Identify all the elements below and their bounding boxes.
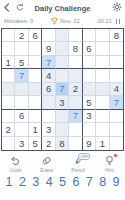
cell-r3c8[interactable] xyxy=(96,56,109,69)
cell-r7c2[interactable]: 6 xyxy=(15,110,28,123)
cell-r6c9[interactable]: 7 xyxy=(110,96,123,109)
cell-r4c8[interactable] xyxy=(96,69,109,82)
cell-r6c1[interactable] xyxy=(2,96,15,109)
daily-challenge-screen: Daily Challenge Mistakes: 0 Nov. 22 xyxy=(0,0,125,200)
cell-r4c3[interactable] xyxy=(29,69,42,82)
cell-r4c5[interactable] xyxy=(56,69,69,82)
pause-icon xyxy=(119,19,121,24)
cell-r4c1[interactable] xyxy=(2,69,15,82)
numpad-key-2[interactable]: 2 xyxy=(16,175,28,189)
header: Daily Challenge xyxy=(0,0,125,14)
cell-r7c7[interactable]: 3 xyxy=(83,110,96,123)
cell-r3c6[interactable] xyxy=(69,56,82,69)
cell-r7c3[interactable] xyxy=(29,110,42,123)
cell-r2c8[interactable] xyxy=(96,42,109,55)
cell-r1c5[interactable] xyxy=(56,29,69,42)
date-group: Nov. 22 xyxy=(51,17,80,25)
numpad-key-1[interactable]: 1 xyxy=(3,175,15,189)
cell-r3c1[interactable]: 1 xyxy=(2,56,15,69)
cell-r2c1[interactable] xyxy=(2,42,15,55)
cell-r2c2[interactable] xyxy=(15,42,28,55)
cell-r3c2[interactable]: 5 xyxy=(15,56,28,69)
cell-r5c9[interactable]: 4 xyxy=(110,83,123,96)
cell-r1c9[interactable]: 8 xyxy=(110,29,123,42)
pause-icon xyxy=(116,19,118,24)
notes-toggle-badge: OFF xyxy=(78,153,90,160)
cell-r4c9[interactable] xyxy=(110,69,123,82)
pause-button[interactable] xyxy=(115,18,122,25)
timer-group: 00:21 xyxy=(97,18,121,25)
cell-r5c7[interactable] xyxy=(83,83,96,96)
cell-r5c1[interactable] xyxy=(2,83,15,96)
hint-badge xyxy=(114,154,118,158)
cell-r6c8[interactable] xyxy=(96,96,109,109)
cell-r6c6[interactable] xyxy=(69,96,82,109)
date-label: Nov. 22 xyxy=(60,18,80,24)
undo-button[interactable]: Undo xyxy=(3,155,29,173)
cell-r1c4[interactable] xyxy=(42,29,55,42)
erase-button[interactable]: Erase xyxy=(34,155,60,173)
cell-r5c8[interactable] xyxy=(96,83,109,96)
status-bar: Mistakes: 0 Nov. 22 00:21 xyxy=(4,16,121,26)
cell-r3c7[interactable] xyxy=(83,56,96,69)
cell-r7c5[interactable] xyxy=(56,110,69,123)
mistakes-label: Mistakes: 0 xyxy=(4,18,33,24)
cell-r3c4[interactable]: 7 xyxy=(42,56,55,69)
timer-label: 00:21 xyxy=(97,18,112,24)
cell-r9c5[interactable]: 8 xyxy=(56,137,69,150)
cell-r5c4[interactable]: 6 xyxy=(42,83,55,96)
cell-r9c2[interactable]: 3 xyxy=(15,137,28,150)
cell-r1c8[interactable] xyxy=(96,29,109,42)
cell-r1c2[interactable]: 2 xyxy=(15,29,28,42)
cell-r2c5[interactable] xyxy=(56,42,69,55)
cell-r8c8[interactable] xyxy=(96,123,109,136)
numpad-key-3[interactable]: 3 xyxy=(30,175,42,189)
cell-r8c3[interactable]: 1 xyxy=(29,123,42,136)
cell-r4c6[interactable] xyxy=(69,69,82,82)
hint-label: Hint xyxy=(105,167,114,173)
sudoku-board-frame: 268986157746724357673213352891 xyxy=(1,28,124,151)
cell-r5c2[interactable] xyxy=(15,83,28,96)
cell-r6c7[interactable]: 5 xyxy=(83,96,96,109)
numpad-key-8[interactable]: 8 xyxy=(97,175,109,189)
cell-r7c1[interactable] xyxy=(2,110,15,123)
numpad-key-9[interactable]: 9 xyxy=(110,175,122,189)
erase-label: Erase xyxy=(40,167,53,173)
notes-button[interactable]: OFF Pencil xyxy=(65,155,91,173)
bulb-icon xyxy=(104,155,115,166)
numpad-key-6[interactable]: 6 xyxy=(70,175,82,189)
cell-r4c7[interactable] xyxy=(83,69,96,82)
gear-icon xyxy=(112,2,122,12)
cell-r8c7[interactable] xyxy=(83,123,96,136)
cell-r4c4[interactable]: 4 xyxy=(42,69,55,82)
cell-r1c7[interactable] xyxy=(83,29,96,42)
undo-icon xyxy=(10,155,21,166)
number-pad: 123456789 xyxy=(3,175,122,189)
numpad-key-7[interactable]: 7 xyxy=(83,175,95,189)
numpad-key-5[interactable]: 5 xyxy=(57,175,69,189)
page-title: Daily Challenge xyxy=(0,4,125,13)
cell-r3c3[interactable] xyxy=(29,56,42,69)
cell-r9c9[interactable] xyxy=(110,137,123,150)
cell-r1c1[interactable] xyxy=(2,29,15,42)
cell-r2c3[interactable] xyxy=(29,42,42,55)
numpad-key-4[interactable]: 4 xyxy=(43,175,55,189)
cell-r8c6[interactable] xyxy=(69,123,82,136)
cell-r2c4[interactable]: 9 xyxy=(42,42,55,55)
sudoku-board[interactable]: 268986157746724357673213352891 xyxy=(2,29,123,150)
hint-button[interactable]: Hint xyxy=(96,155,122,173)
cell-r1c3[interactable]: 6 xyxy=(29,29,42,42)
notes-label: Pencil xyxy=(71,167,85,173)
settings-button[interactable] xyxy=(112,2,122,12)
cell-r9c7[interactable]: 9 xyxy=(83,137,96,150)
cell-r5c6[interactable]: 2 xyxy=(69,83,82,96)
cell-r3c9[interactable] xyxy=(110,56,123,69)
cell-r6c5[interactable]: 3 xyxy=(56,96,69,109)
cell-r8c5[interactable] xyxy=(56,123,69,136)
cell-r6c4[interactable] xyxy=(42,96,55,109)
toolbar: Undo Erase OFF Pencil xyxy=(0,155,125,173)
cell-r8c1[interactable]: 2 xyxy=(2,123,15,136)
cell-r8c2[interactable] xyxy=(15,123,28,136)
cell-r1c6[interactable] xyxy=(69,29,82,42)
cell-r8c9[interactable] xyxy=(110,123,123,136)
cell-r7c4[interactable] xyxy=(42,110,55,123)
cell-r7c8[interactable] xyxy=(96,110,109,123)
cell-r7c6[interactable]: 7 xyxy=(69,110,82,123)
cell-r8c4[interactable]: 3 xyxy=(42,123,55,136)
undo-label: Undo xyxy=(10,167,22,173)
cell-r7c9[interactable] xyxy=(110,110,123,123)
eraser-icon xyxy=(41,155,52,166)
cell-r9c1[interactable] xyxy=(2,137,15,150)
cell-r2c7[interactable]: 6 xyxy=(83,42,96,55)
cell-r4c2[interactable]: 7 xyxy=(15,69,28,82)
cell-r3c5[interactable] xyxy=(56,56,69,69)
cell-r9c4[interactable]: 2 xyxy=(42,137,55,150)
cell-r9c6[interactable] xyxy=(69,137,82,150)
cell-r5c5[interactable]: 7 xyxy=(56,83,69,96)
cell-r6c3[interactable] xyxy=(29,96,42,109)
cell-r2c9[interactable] xyxy=(110,42,123,55)
trophy-icon xyxy=(51,17,58,25)
cell-r5c3[interactable] xyxy=(29,83,42,96)
cell-r6c2[interactable] xyxy=(15,96,28,109)
cell-r2c6[interactable]: 8 xyxy=(69,42,82,55)
cell-r9c3[interactable]: 5 xyxy=(29,137,42,150)
cell-r9c8[interactable]: 1 xyxy=(96,137,109,150)
